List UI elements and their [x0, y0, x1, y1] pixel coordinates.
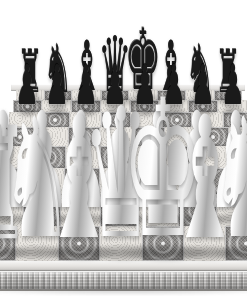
board-shadow	[0, 288, 247, 295]
chess-set-photo: ♜♞♝♛♚♝♞♜♟♟♟♟♟♟♟♟♟♟♟♟♟♟♟♟♜♞♝♛♚♝♞♜	[0, 0, 247, 296]
knight-glyph: ♞	[210, 97, 247, 263]
